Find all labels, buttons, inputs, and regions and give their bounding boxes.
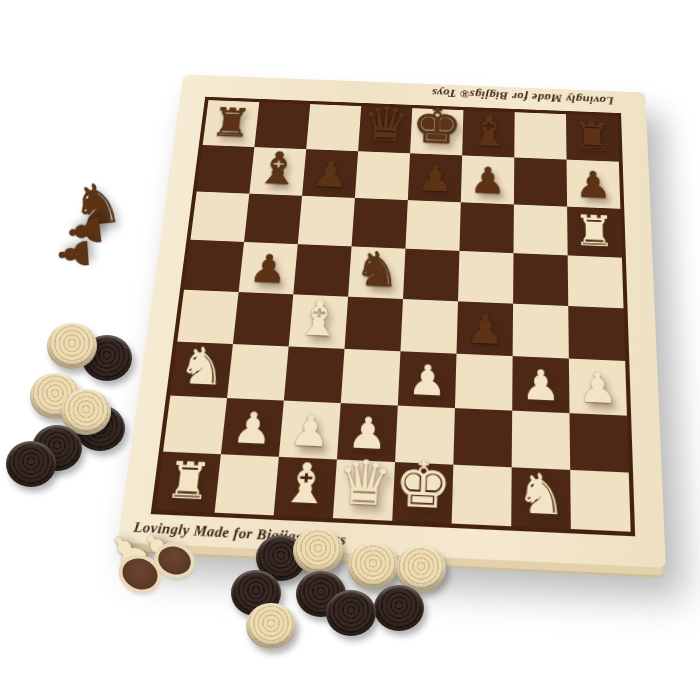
square-b3[interactable]	[227, 344, 289, 401]
white-knight-g1[interactable]: ♞	[509, 465, 574, 524]
white-pawn-h3[interactable]: ♟	[566, 366, 629, 410]
dark-pawn-e7[interactable]: ♟	[406, 160, 465, 198]
square-d3[interactable]	[341, 349, 401, 406]
chess-board: Lovingly Made for Bigjigs® Toys ♜♛♚♝♜♝♟♟…	[118, 74, 666, 567]
dark-queen-d8[interactable]: ♛	[356, 99, 415, 149]
dark-rook-a8[interactable]: ♜	[201, 101, 262, 142]
checker-light[interactable]	[47, 323, 97, 369]
square-c3[interactable]	[284, 346, 345, 403]
square-g8[interactable]	[514, 112, 566, 159]
square-e4[interactable]	[400, 299, 458, 354]
white-pawn-e3[interactable]: ♟	[395, 358, 458, 402]
dark-rook-h8[interactable]: ♜	[564, 115, 621, 157]
square-f2[interactable]	[453, 408, 512, 467]
checker-dark[interactable]	[326, 590, 376, 636]
dark-bishop-b7[interactable]: ♝	[247, 145, 308, 191]
square-g4[interactable]	[513, 304, 569, 359]
dark-pawn-b5[interactable]: ♟	[237, 249, 300, 290]
dark-king-e8[interactable]: ♚	[408, 100, 466, 151]
dark-pawn-c7[interactable]: ♟	[300, 155, 360, 193]
white-bishop-c4[interactable]: ♝	[287, 292, 351, 344]
white-pawn-g3[interactable]: ♟	[510, 363, 572, 407]
dark-knight-d5[interactable]: ♞	[346, 244, 408, 294]
white-rook-h6[interactable]: ♜	[565, 208, 625, 253]
square-f6[interactable]	[459, 202, 513, 253]
dark-pawn-h7[interactable]: ♟	[564, 166, 622, 204]
dark-pawn-f7[interactable]: ♟	[459, 162, 517, 200]
square-c6[interactable]	[298, 196, 355, 247]
square-h5[interactable]	[568, 255, 624, 308]
square-f1[interactable]	[452, 465, 512, 527]
square-b6[interactable]	[244, 194, 302, 245]
white-bishop-c1[interactable]: ♝	[271, 454, 339, 512]
board-wooden-frame: Lovingly Made for Bigjigs® Toys ♜♛♚♝♜♝♟♟…	[118, 74, 666, 567]
square-h4[interactable]	[568, 306, 625, 361]
square-e6[interactable]	[405, 200, 460, 251]
square-a6[interactable]	[190, 191, 249, 241]
captured-dark-pawn-lying[interactable]: ♟	[53, 233, 96, 276]
square-a7[interactable]	[197, 145, 255, 194]
dark-bishop-f8[interactable]: ♝	[460, 108, 517, 153]
checker-dark[interactable]	[374, 585, 424, 631]
square-d4[interactable]	[345, 297, 403, 352]
square-a2[interactable]	[163, 396, 227, 455]
checker-dark[interactable]	[6, 441, 56, 487]
photo-background: Lovingly Made for Bigjigs® Toys ♜♛♚♝♜♝♟♟…	[0, 0, 700, 700]
square-e5[interactable]	[403, 249, 459, 302]
square-g7[interactable]	[514, 157, 567, 206]
square-b1[interactable]	[215, 454, 279, 515]
checker-light[interactable]	[348, 543, 398, 589]
white-queen-d1[interactable]: ♛	[331, 450, 399, 514]
white-pawn-b2[interactable]: ♟	[219, 405, 286, 451]
square-f5[interactable]	[458, 251, 514, 304]
square-a5[interactable]	[184, 240, 244, 292]
white-rook-a1[interactable]: ♜	[154, 453, 224, 507]
square-c8[interactable]	[306, 104, 361, 151]
square-d7[interactable]	[355, 151, 410, 200]
square-h1[interactable]	[570, 470, 630, 532]
square-g6[interactable]	[513, 204, 567, 255]
checker-light[interactable]	[246, 603, 296, 649]
square-h2[interactable]	[570, 413, 629, 472]
white-pawn-c2[interactable]: ♟	[277, 408, 343, 454]
square-b4[interactable]	[233, 292, 293, 346]
checker-light[interactable]	[293, 528, 343, 574]
white-king-e1[interactable]: ♚	[390, 451, 456, 518]
square-f3[interactable]	[455, 354, 513, 411]
square-g5[interactable]	[513, 253, 568, 306]
white-knight-a3[interactable]: ♞	[168, 339, 235, 393]
dark-pawn-f4[interactable]: ♟	[454, 308, 515, 351]
